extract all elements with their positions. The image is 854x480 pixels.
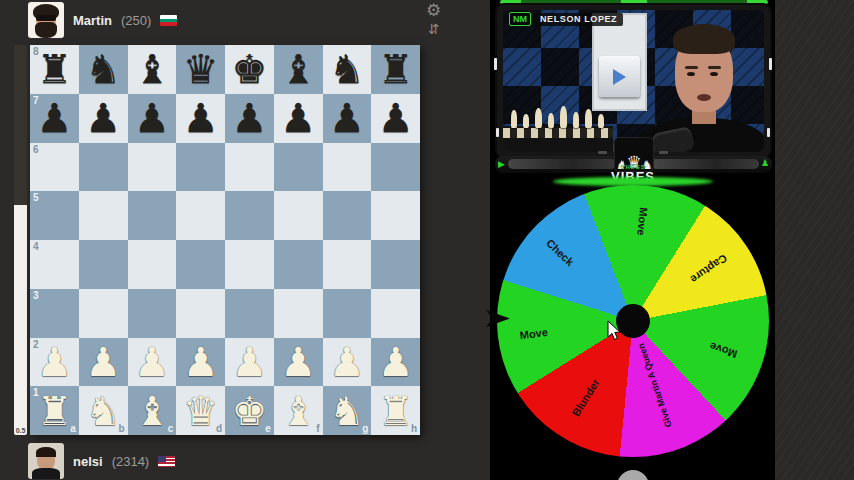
white-rook-piece[interactable]: ♜ xyxy=(36,391,72,431)
square-d8[interactable]: ♛ xyxy=(176,45,225,94)
square-c3[interactable] xyxy=(128,289,177,338)
avatar-hair xyxy=(36,447,56,457)
square-f7[interactable]: ♟ xyxy=(274,94,323,143)
square-h7[interactable]: ♟ xyxy=(371,94,420,143)
square-b3[interactable] xyxy=(79,289,128,338)
white-knight-piece[interactable]: ♞ xyxy=(329,391,365,431)
square-d5[interactable] xyxy=(176,191,225,240)
square-g8[interactable]: ♞ xyxy=(323,45,372,94)
square-g2[interactable]: ♟ xyxy=(323,338,372,387)
streamer-nameplate: NM NELSON LOPEZ xyxy=(509,12,623,26)
square-h8[interactable]: ♜ xyxy=(371,45,420,94)
square-f3[interactable] xyxy=(274,289,323,338)
square-e5[interactable] xyxy=(225,191,274,240)
square-h5[interactable] xyxy=(371,191,420,240)
youtube-play-icon xyxy=(613,69,626,85)
square-d2[interactable]: ♟ xyxy=(176,338,225,387)
square-b8[interactable]: ♞ xyxy=(79,45,128,94)
square-a4[interactable]: 4 xyxy=(30,240,79,289)
square-a2[interactable]: 2♟ xyxy=(30,338,79,387)
black-pawn-piece[interactable]: ♟ xyxy=(85,98,121,138)
white-pawn-piece[interactable]: ♟ xyxy=(85,342,121,382)
square-g1[interactable]: g♞ xyxy=(323,386,372,435)
square-d1[interactable]: d♛ xyxy=(176,386,225,435)
eval-bar-white-fill: 0.5 xyxy=(14,205,27,435)
frame-tick xyxy=(494,58,497,70)
webcam-video xyxy=(503,10,764,152)
mini-chess-piece xyxy=(535,108,542,128)
black-pawn-piece[interactable]: ♟ xyxy=(378,98,414,138)
square-a6[interactable]: 6 xyxy=(30,143,79,192)
avatar-shirt xyxy=(32,468,60,479)
white-pawn-piece[interactable]: ♟ xyxy=(183,342,219,382)
square-f8[interactable]: ♝ xyxy=(274,45,323,94)
mini-chess-piece xyxy=(523,114,529,128)
white-pawn-piece[interactable]: ♟ xyxy=(231,342,267,382)
bottom-player-name[interactable]: nelsi xyxy=(73,454,103,469)
nm-title-badge: NM xyxy=(509,12,531,26)
streamer-mouth xyxy=(697,94,711,101)
mini-chess-piece xyxy=(548,113,554,128)
black-pawn-piece[interactable]: ♟ xyxy=(329,98,365,138)
square-a1[interactable]: 1a♜ xyxy=(30,386,79,435)
usa-flag-icon xyxy=(158,456,175,467)
logo-dash xyxy=(659,151,668,154)
white-pawn-piece[interactable]: ♟ xyxy=(329,342,365,382)
square-d7[interactable]: ♟ xyxy=(176,94,225,143)
square-c6[interactable] xyxy=(128,143,177,192)
streamer-brow xyxy=(685,66,698,69)
square-h3[interactable] xyxy=(371,289,420,338)
frame-tick xyxy=(767,128,770,137)
square-d3[interactable] xyxy=(176,289,225,338)
chess-set-board xyxy=(503,128,613,138)
white-pawn-piece[interactable]: ♟ xyxy=(378,342,414,382)
square-f6[interactable] xyxy=(274,143,323,192)
rank-label: 8 xyxy=(33,46,39,57)
green-play-icon: ▶ xyxy=(498,160,505,169)
youtube-plaque xyxy=(599,56,640,97)
square-h1[interactable]: h♜ xyxy=(371,386,420,435)
square-e1[interactable]: e♚ xyxy=(225,386,274,435)
square-c5[interactable] xyxy=(128,191,177,240)
square-f2[interactable]: ♟ xyxy=(274,338,323,387)
square-g3[interactable] xyxy=(323,289,372,338)
square-a5[interactable]: 5 xyxy=(30,191,79,240)
avatar-sunglasses xyxy=(36,15,56,21)
top-player-avatar[interactable] xyxy=(28,2,64,38)
mouse-cursor-icon xyxy=(606,320,622,342)
file-label: g xyxy=(362,423,368,434)
streamer-eye xyxy=(687,72,695,76)
black-pawn-piece[interactable]: ♟ xyxy=(280,98,316,138)
square-e8[interactable]: ♚ xyxy=(225,45,274,94)
rank-label: 1 xyxy=(33,387,39,398)
square-e3[interactable] xyxy=(225,289,274,338)
chess-board[interactable]: 8♜♞♝♛♚♝♞♜7♟♟♟♟♟♟♟♟65432♟♟♟♟♟♟♟♟1a♜b♞c♝d♛… xyxy=(30,45,420,435)
rank-label: 5 xyxy=(33,192,39,203)
square-d6[interactable] xyxy=(176,143,225,192)
black-bishop-piece[interactable]: ♝ xyxy=(134,49,170,89)
black-bishop-piece[interactable]: ♝ xyxy=(280,49,316,89)
square-g5[interactable] xyxy=(323,191,372,240)
square-f4[interactable] xyxy=(274,240,323,289)
eval-value: 0.5 xyxy=(14,427,27,434)
white-king-piece[interactable]: ♚ xyxy=(231,391,267,431)
square-g7[interactable]: ♟ xyxy=(323,94,372,143)
bar-pill xyxy=(651,159,759,169)
rank-label: 2 xyxy=(33,339,39,350)
streamer-name: NELSON LOPEZ xyxy=(534,13,623,26)
square-b1[interactable]: b♞ xyxy=(79,386,128,435)
square-b5[interactable] xyxy=(79,191,128,240)
square-f1[interactable]: f♝ xyxy=(274,386,323,435)
streamer-brow xyxy=(708,66,721,69)
black-king-piece[interactable]: ♚ xyxy=(231,49,267,89)
black-knight-piece[interactable]: ♞ xyxy=(85,49,121,89)
mini-chess-piece xyxy=(598,114,604,128)
square-c4[interactable] xyxy=(128,240,177,289)
square-a3[interactable]: 3 xyxy=(30,289,79,338)
mini-chess-piece xyxy=(585,109,592,128)
square-e4[interactable] xyxy=(225,240,274,289)
white-bishop-piece[interactable]: ♝ xyxy=(280,391,316,431)
white-knight-piece[interactable]: ♞ xyxy=(85,391,121,431)
white-pawn-piece[interactable]: ♟ xyxy=(280,342,316,382)
top-player-name[interactable]: Martin xyxy=(73,13,112,28)
settings-gear-icon[interactable]: ⚙ xyxy=(426,2,441,19)
frame-tick xyxy=(496,128,499,137)
square-e2[interactable]: ♟ xyxy=(225,338,274,387)
green-pawn-icon: ♟ xyxy=(761,159,769,168)
white-pawn-piece[interactable]: ♟ xyxy=(36,342,72,382)
rank-label: 7 xyxy=(33,95,39,106)
square-h6[interactable] xyxy=(371,143,420,192)
black-pawn-piece[interactable]: ♟ xyxy=(134,98,170,138)
square-h4[interactable] xyxy=(371,240,420,289)
bottom-player-row: nelsi (2314) xyxy=(28,443,175,479)
bottom-player-avatar[interactable] xyxy=(28,443,64,479)
desktop-background xyxy=(775,0,854,480)
square-b7[interactable]: ♟ xyxy=(79,94,128,143)
square-c8[interactable]: ♝ xyxy=(128,45,177,94)
square-a8[interactable]: 8♜ xyxy=(30,45,79,94)
file-label: h xyxy=(411,423,417,434)
square-c7[interactable]: ♟ xyxy=(128,94,177,143)
square-e6[interactable] xyxy=(225,143,274,192)
avatar-beard xyxy=(35,22,57,38)
rank-label: 3 xyxy=(33,290,39,301)
bulgaria-flag-icon xyxy=(160,15,177,26)
logo-dash xyxy=(598,151,607,154)
square-c2[interactable]: ♟ xyxy=(128,338,177,387)
square-c1[interactable]: c♝ xyxy=(128,386,177,435)
file-label: d xyxy=(216,423,222,434)
black-pawn-piece[interactable]: ♟ xyxy=(36,98,72,138)
black-queen-piece[interactable]: ♛ xyxy=(183,49,219,89)
black-knight-piece[interactable]: ♞ xyxy=(329,49,365,89)
top-player-rating: (250) xyxy=(121,13,151,28)
eval-bar: 0.5 xyxy=(14,45,27,435)
file-label: b xyxy=(118,423,124,434)
square-g6[interactable] xyxy=(323,143,372,192)
square-h2[interactable]: ♟ xyxy=(371,338,420,387)
white-bishop-piece[interactable]: ♝ xyxy=(134,391,170,431)
stream-screen: Martin (250) ⚙ ⇵ 0.5 8♜♞♝♛♚♝♞♜7♟♟♟♟♟♟♟♟6… xyxy=(0,0,854,480)
white-rook-piece[interactable]: ♜ xyxy=(378,391,414,431)
square-b2[interactable]: ♟ xyxy=(79,338,128,387)
square-b4[interactable] xyxy=(79,240,128,289)
white-queen-piece[interactable]: ♛ xyxy=(183,391,219,431)
black-rook-piece[interactable]: ♜ xyxy=(378,49,414,89)
mini-chess-piece xyxy=(511,110,517,128)
square-f5[interactable] xyxy=(274,191,323,240)
white-pawn-piece[interactable]: ♟ xyxy=(134,342,170,382)
file-label: c xyxy=(168,423,174,434)
file-label: e xyxy=(265,423,271,434)
square-d4[interactable] xyxy=(176,240,225,289)
flip-board-icon[interactable]: ⇵ xyxy=(428,22,440,36)
square-g4[interactable] xyxy=(323,240,372,289)
square-b6[interactable] xyxy=(79,143,128,192)
bottom-player-rating: (2314) xyxy=(112,454,150,469)
streamer-eye xyxy=(710,72,718,76)
frame-tick xyxy=(769,58,772,70)
bar-pill xyxy=(508,159,616,169)
square-a7[interactable]: 7♟ xyxy=(30,94,79,143)
file-label: f xyxy=(316,423,319,434)
black-rook-piece[interactable]: ♜ xyxy=(36,49,72,89)
file-label: a xyxy=(70,423,76,434)
rank-label: 6 xyxy=(33,144,39,155)
black-pawn-piece[interactable]: ♟ xyxy=(183,98,219,138)
top-player-row: Martin (250) xyxy=(28,2,177,38)
mini-chess-piece xyxy=(573,112,579,128)
black-pawn-piece[interactable]: ♟ xyxy=(231,98,267,138)
mini-chess-piece xyxy=(560,106,567,128)
square-e7[interactable]: ♟ xyxy=(225,94,274,143)
streamer-hair xyxy=(673,24,735,54)
rank-label: 4 xyxy=(33,241,39,252)
